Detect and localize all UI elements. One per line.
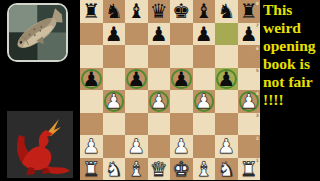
square-e2[interactable]: ♟: [170, 135, 193, 158]
square-c4[interactable]: [125, 90, 148, 113]
square-e6[interactable]: [170, 45, 193, 68]
rank-label-5: 5: [256, 68, 259, 73]
square-h4[interactable]: ♟4: [238, 90, 261, 113]
piece-black-pawn[interactable]: ♟: [170, 68, 193, 91]
piece-black-pawn[interactable]: ♟: [215, 68, 238, 91]
rank-label-7: 7: [256, 23, 259, 28]
caption-line: This: [263, 1, 320, 19]
piece-black-king[interactable]: ♚: [170, 0, 193, 23]
piece-white-pawn[interactable]: ♟: [125, 135, 148, 158]
komodo-dragon-icon: [7, 111, 73, 178]
piece-white-pawn[interactable]: ♟: [193, 90, 216, 113]
square-f5[interactable]: [193, 68, 216, 91]
piece-white-knight[interactable]: ♞: [215, 158, 238, 181]
square-h5[interactable]: 5: [238, 68, 261, 91]
rank-label-8: 8: [256, 1, 259, 6]
square-d3[interactable]: [148, 113, 171, 136]
square-c6[interactable]: [125, 45, 148, 68]
square-a4[interactable]: [80, 90, 103, 113]
square-c8[interactable]: ♝: [125, 0, 148, 23]
square-b4[interactable]: ♟: [103, 90, 126, 113]
square-f2[interactable]: [193, 135, 216, 158]
caption-line: book is: [263, 55, 320, 73]
square-c2[interactable]: ♟: [125, 135, 148, 158]
square-c5[interactable]: ♟: [125, 68, 148, 91]
piece-black-pawn[interactable]: ♟: [125, 68, 148, 91]
square-a2[interactable]: ♟: [80, 135, 103, 158]
square-h8[interactable]: ♜8: [238, 0, 261, 23]
chess-board: ♜♞♝♛♚♝♞♜8♟♟♟♟76♟♟♟♟5♟♟♟♟43♟♟♟♟2♜♞♝♛♚♝♞♜1: [80, 0, 260, 180]
square-b7[interactable]: ♟: [103, 23, 126, 46]
caption-line: !!!!: [263, 91, 320, 109]
square-h6[interactable]: 6: [238, 45, 261, 68]
stockfish-logo: [7, 3, 68, 62]
square-g4[interactable]: [215, 90, 238, 113]
piece-black-rook[interactable]: ♜: [80, 0, 103, 23]
square-c1[interactable]: ♝: [125, 158, 148, 181]
piece-white-pawn[interactable]: ♟: [148, 90, 171, 113]
square-f1[interactable]: ♝: [193, 158, 216, 181]
square-b1[interactable]: ♞: [103, 158, 126, 181]
square-d5[interactable]: [148, 68, 171, 91]
piece-white-king[interactable]: ♚: [170, 158, 193, 181]
caption-line: weird: [263, 19, 320, 37]
square-d6[interactable]: [148, 45, 171, 68]
square-e4[interactable]: [170, 90, 193, 113]
rank-label-2: 2: [256, 136, 259, 141]
rank-label-4: 4: [256, 91, 259, 96]
square-f3[interactable]: [193, 113, 216, 136]
square-c7[interactable]: [125, 23, 148, 46]
piece-black-queen[interactable]: ♛: [148, 0, 171, 23]
square-g8[interactable]: ♞: [215, 0, 238, 23]
piece-white-pawn[interactable]: ♟: [80, 135, 103, 158]
piece-black-pawn[interactable]: ♟: [193, 23, 216, 46]
square-d7[interactable]: ♟: [148, 23, 171, 46]
square-a1[interactable]: ♜: [80, 158, 103, 181]
piece-black-pawn[interactable]: ♟: [80, 68, 103, 91]
square-b6[interactable]: [103, 45, 126, 68]
square-f7[interactable]: ♟: [193, 23, 216, 46]
square-h7[interactable]: ♟7: [238, 23, 261, 46]
square-g1[interactable]: ♞: [215, 158, 238, 181]
piece-white-queen[interactable]: ♛: [148, 158, 171, 181]
square-a5[interactable]: ♟: [80, 68, 103, 91]
square-d2[interactable]: [148, 135, 171, 158]
square-a8[interactable]: ♜: [80, 0, 103, 23]
video-frame: ♜♞♝♛♚♝♞♜8♟♟♟♟76♟♟♟♟5♟♟♟♟43♟♟♟♟2♜♞♝♛♚♝♞♜1…: [0, 0, 320, 180]
square-e7[interactable]: [170, 23, 193, 46]
square-f6[interactable]: [193, 45, 216, 68]
square-g3[interactable]: [215, 113, 238, 136]
piece-white-bishop[interactable]: ♝: [125, 158, 148, 181]
piece-black-bishop[interactable]: ♝: [125, 0, 148, 23]
piece-white-pawn[interactable]: ♟: [103, 90, 126, 113]
square-h1[interactable]: ♜1: [238, 158, 261, 181]
caption-line: opening: [263, 37, 320, 55]
square-b2[interactable]: [103, 135, 126, 158]
square-e3[interactable]: [170, 113, 193, 136]
rank-label-1: 1: [256, 158, 259, 163]
square-e1[interactable]: ♚: [170, 158, 193, 181]
square-b3[interactable]: [103, 113, 126, 136]
square-h3[interactable]: 3: [238, 113, 261, 136]
square-h2[interactable]: 2: [238, 135, 261, 158]
rank-label-3: 3: [256, 113, 259, 118]
stockfish-fish-icon: [9, 5, 66, 60]
komodo-logo: [7, 111, 73, 178]
square-b8[interactable]: ♞: [103, 0, 126, 23]
piece-black-knight[interactable]: ♞: [215, 0, 238, 23]
square-a3[interactable]: [80, 113, 103, 136]
piece-white-pawn[interactable]: ♟: [170, 135, 193, 158]
square-f8[interactable]: ♝: [193, 0, 216, 23]
square-g7[interactable]: [215, 23, 238, 46]
piece-black-pawn[interactable]: ♟: [103, 23, 126, 46]
square-b5[interactable]: [103, 68, 126, 91]
rank-label-6: 6: [256, 46, 259, 51]
square-g6[interactable]: [215, 45, 238, 68]
caption-line: not fair: [263, 73, 320, 91]
square-a6[interactable]: [80, 45, 103, 68]
piece-white-pawn[interactable]: ♟: [215, 135, 238, 158]
caption: Thisweirdopeningbook isnot fair!!!!: [263, 1, 320, 109]
square-c3[interactable]: [125, 113, 148, 136]
piece-white-rook[interactable]: ♜: [80, 158, 103, 181]
square-d1[interactable]: ♛: [148, 158, 171, 181]
square-d4[interactable]: ♟: [148, 90, 171, 113]
square-e8[interactable]: ♚: [170, 0, 193, 23]
piece-black-pawn[interactable]: ♟: [148, 23, 171, 46]
piece-white-knight[interactable]: ♞: [103, 158, 126, 181]
square-e5[interactable]: ♟: [170, 68, 193, 91]
square-g5[interactable]: ♟: [215, 68, 238, 91]
square-f4[interactable]: ♟: [193, 90, 216, 113]
piece-black-bishop[interactable]: ♝: [193, 0, 216, 23]
square-d8[interactable]: ♛: [148, 0, 171, 23]
piece-black-knight[interactable]: ♞: [103, 0, 126, 23]
piece-white-bishop[interactable]: ♝: [193, 158, 216, 181]
square-g2[interactable]: ♟: [215, 135, 238, 158]
square-a7[interactable]: [80, 23, 103, 46]
